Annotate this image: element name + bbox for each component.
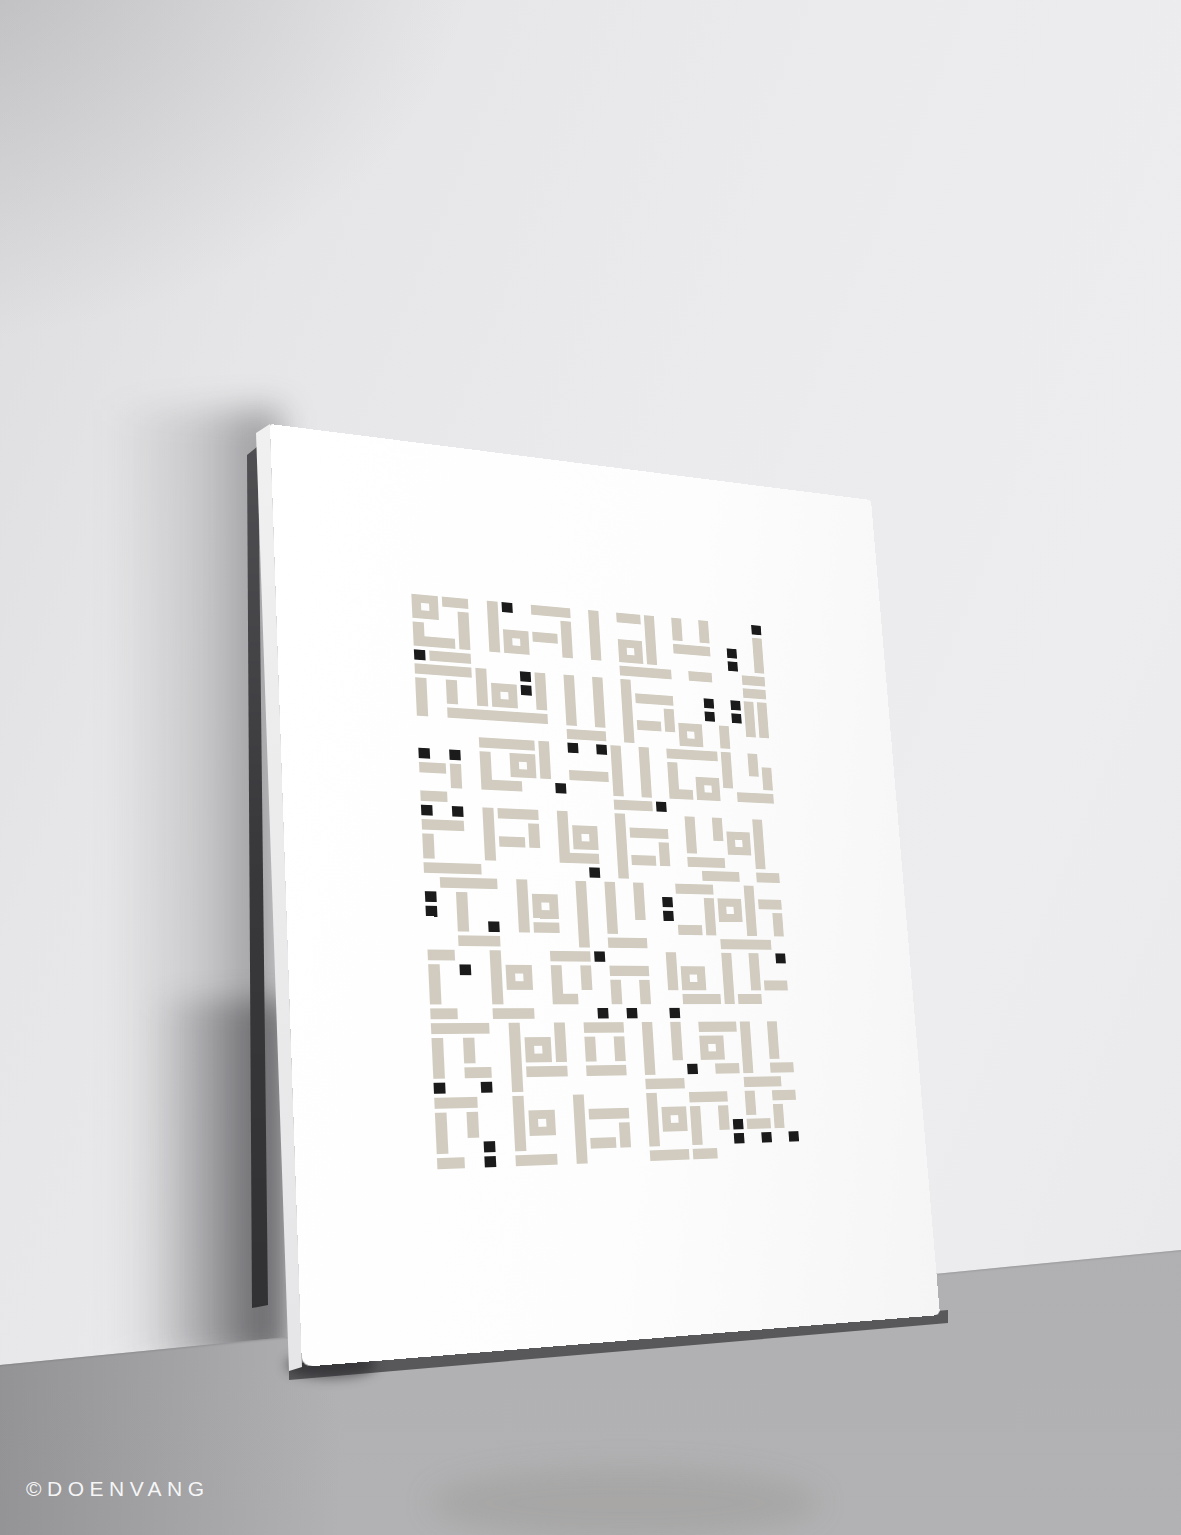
kufic-pattern — [411, 594, 804, 1174]
kufic-pattern-svg — [411, 594, 804, 1174]
watermark-text: ©DOENVANG — [26, 1477, 210, 1501]
canvas-wall-shadow-lower — [150, 1000, 290, 1360]
pattern-reflection-smudge — [430, 1468, 820, 1535]
canvas-front — [270, 424, 940, 1367]
